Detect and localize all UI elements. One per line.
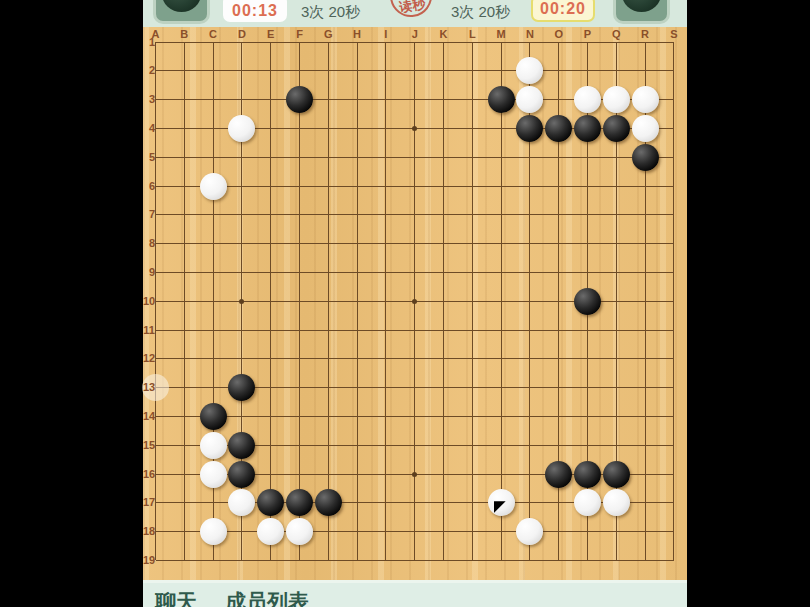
- grid-line: [156, 560, 674, 561]
- coordinate-label: 12: [143, 352, 155, 365]
- tab-member-list[interactable]: 成员列表: [225, 588, 309, 607]
- stone-black-N4: [516, 115, 543, 142]
- stone-black-O16: [545, 461, 572, 488]
- coordinate-label: 7: [143, 208, 155, 221]
- coordinate-label: 1: [143, 36, 155, 49]
- coordinate-label: 8: [143, 237, 155, 250]
- byoyomi-seal-icon: 读秒: [387, 0, 434, 20]
- coordinate-label: E: [261, 28, 281, 40]
- stone-black-R5: [632, 144, 659, 171]
- stone-white-C6: [200, 173, 227, 200]
- grid-line: [673, 42, 674, 560]
- stone-white-R3: [632, 86, 659, 113]
- coordinate-label: 5: [143, 151, 155, 164]
- stone-black-C14: [200, 403, 227, 430]
- stone-black-P4: [574, 115, 601, 142]
- player-avatar-black[interactable]: [153, 0, 210, 24]
- byoyomi-white: 3次 20秒: [451, 3, 510, 22]
- star-point: [412, 472, 417, 477]
- coordinate-label: M: [491, 28, 511, 40]
- stone-black-F3: [286, 86, 313, 113]
- stone-black-D16: [228, 461, 255, 488]
- grid-line: [156, 330, 674, 331]
- coordinate-label: 2: [143, 64, 155, 77]
- coordinate-label: G: [318, 28, 338, 40]
- coordinate-label: 13: [143, 381, 155, 394]
- coordinate-label: R: [635, 28, 655, 40]
- grid-line: [443, 42, 444, 560]
- stone-white-C18: [200, 518, 227, 545]
- coordinate-label: S: [664, 28, 684, 40]
- coordinate-label: 15: [143, 439, 155, 452]
- stone-white-F18: [286, 518, 313, 545]
- stone-white-Q3: [603, 86, 630, 113]
- timer-black: 00:13: [223, 0, 287, 22]
- stone-white-E18: [257, 518, 284, 545]
- coordinate-label: 9: [143, 266, 155, 279]
- star-point: [412, 126, 417, 131]
- grid-line: [501, 42, 502, 560]
- coordinate-label: H: [347, 28, 367, 40]
- stone-white-N3: [516, 86, 543, 113]
- stone-white-P17: [574, 489, 601, 516]
- grid-line: [472, 42, 473, 560]
- coordinate-label: K: [434, 28, 454, 40]
- coordinate-label: Q: [606, 28, 626, 40]
- timer-white-active: 00:20: [531, 0, 595, 22]
- coordinate-label: N: [520, 28, 540, 40]
- game-header: 00:13 3次 20秒 读秒 3次 20秒 00:20: [143, 0, 687, 27]
- stone-black-Q16: [603, 461, 630, 488]
- stone-white-D4: [228, 115, 255, 142]
- coordinate-label: 11: [143, 324, 155, 337]
- last-move-marker-icon: [494, 501, 506, 513]
- coordinate-label: 3: [143, 93, 155, 106]
- avatar-image: [162, 0, 201, 12]
- coordinate-label: F: [290, 28, 310, 40]
- stone-white-Q17: [603, 489, 630, 516]
- grid-line: [156, 531, 674, 532]
- avatar-image: [622, 0, 661, 12]
- stone-black-F17: [286, 489, 313, 516]
- coordinate-label: C: [203, 28, 223, 40]
- stone-black-P16: [574, 461, 601, 488]
- tab-chat[interactable]: 聊天: [155, 588, 197, 607]
- grid-line: [156, 416, 674, 417]
- stone-black-G17: [315, 489, 342, 516]
- coordinate-label: I: [376, 28, 396, 40]
- coordinate-label: 14: [143, 410, 155, 423]
- coordinate-label: 4: [143, 122, 155, 135]
- stone-black-M3: [488, 86, 515, 113]
- stone-white-C16: [200, 461, 227, 488]
- stone-white-M17: [488, 489, 515, 516]
- coordinate-label: J: [405, 28, 425, 40]
- go-board[interactable]: ABCDEFGHIJKLMNOPQRS123456789101112131415…: [143, 27, 687, 580]
- byoyomi-black: 3次 20秒: [301, 3, 360, 22]
- star-point: [239, 299, 244, 304]
- stone-black-E17: [257, 489, 284, 516]
- stone-white-N2: [516, 57, 543, 84]
- stone-black-D13: [228, 374, 255, 401]
- footer-bar: 聊天 成员列表: [143, 580, 687, 607]
- coordinate-label: D: [232, 28, 252, 40]
- coordinate-label: L: [462, 28, 482, 40]
- coordinate-label: O: [549, 28, 569, 40]
- app-content: 00:13 3次 20秒 读秒 3次 20秒 00:20 ABCDEFGHIJK…: [143, 0, 687, 607]
- stone-white-P3: [574, 86, 601, 113]
- coordinate-label: 10: [143, 295, 155, 308]
- coordinate-label: P: [578, 28, 598, 40]
- stone-black-P10: [574, 288, 601, 315]
- coordinate-label: 18: [143, 525, 155, 538]
- coordinate-label: 16: [143, 468, 155, 481]
- stone-black-Q4: [603, 115, 630, 142]
- coordinate-label: 17: [143, 496, 155, 509]
- stone-black-D15: [228, 432, 255, 459]
- coordinate-label: B: [174, 28, 194, 40]
- stone-white-R4: [632, 115, 659, 142]
- grid-line: [156, 358, 674, 359]
- player-avatar-white[interactable]: [613, 0, 670, 24]
- star-point: [412, 299, 417, 304]
- stone-white-N18: [516, 518, 543, 545]
- stone-white-C15: [200, 432, 227, 459]
- stone-white-D17: [228, 489, 255, 516]
- coordinate-label: 6: [143, 180, 155, 193]
- stone-black-O4: [545, 115, 572, 142]
- coordinate-label: 19: [143, 554, 155, 567]
